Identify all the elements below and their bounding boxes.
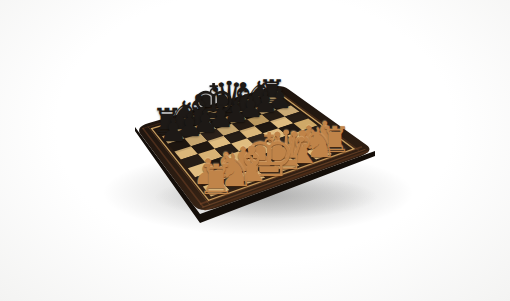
chess-board — [0, 0, 510, 301]
chess-set-photo: ♜♞♝♛♚♝♞♜♟♟♟♟♟♟♟♟♟♟♟♟♟♟♟♟♜♞♝♛♚♝♞♜ — [0, 0, 510, 301]
